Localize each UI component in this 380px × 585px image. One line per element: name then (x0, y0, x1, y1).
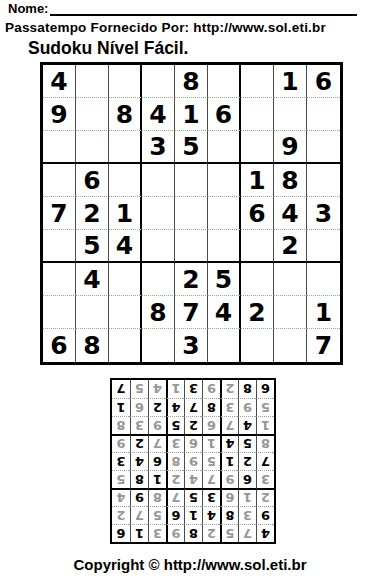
puzzle-cell-r5c2: 2 (76, 197, 109, 230)
solution-cell-r3c4: 3 (202, 488, 220, 506)
puzzle-cell-r1c1: 4 (43, 65, 76, 98)
puzzle-cell-r5c1: 7 (43, 197, 76, 230)
solution-cell-r9c5: 3 (184, 380, 202, 398)
solution-cell-r4c5: 4 (184, 470, 202, 488)
puzzle-cell-r1c8: 1 (274, 65, 307, 98)
solution-cell-r8c5: 7 (184, 398, 202, 416)
puzzle-cell-r8c9: 1 (307, 296, 340, 329)
solution-cell-r2c4: 4 (202, 506, 220, 524)
puzzle-cell-r8c5: 7 (175, 296, 208, 329)
puzzle-cell-r5c3: 1 (109, 197, 142, 230)
solution-cell-r9c9: 7 (112, 380, 130, 398)
sudoku-print-page: { "header": { "name_label": "Nome:", "pr… (0, 0, 380, 585)
puzzle-cell-r7c9 (307, 263, 340, 296)
solution-cell-r5c2: 2 (238, 452, 256, 470)
puzzle-cell-r6c7 (241, 230, 274, 263)
solution-cell-r9c1: 6 (256, 380, 274, 398)
solution-cell-r5c6: 8 (166, 452, 184, 470)
puzzle-cell-r4c6 (208, 164, 241, 197)
puzzle-cell-r8c2 (76, 296, 109, 329)
puzzle-cell-r3c4: 3 (142, 131, 175, 164)
puzzle-cell-r5c4 (142, 197, 175, 230)
puzzle-cell-r1c4 (142, 65, 175, 98)
sudoku-solution-grid-rotated: 4752893169384165722163578943697421857215… (110, 378, 276, 544)
solution-cell-r4c7: 1 (148, 470, 166, 488)
puzzle-cell-r2c3: 8 (109, 98, 142, 131)
solution-cell-r4c4: 7 (202, 470, 220, 488)
puzzle-cell-r5c5 (175, 197, 208, 230)
solution-cell-r7c5: 2 (184, 416, 202, 434)
puzzle-cell-r4c4 (142, 164, 175, 197)
puzzle-title: Sudoku Nível Fácil. (28, 38, 188, 59)
solution-cell-r9c4: 9 (202, 380, 220, 398)
puzzle-cell-r7c2: 4 (76, 263, 109, 296)
solution-cell-r6c5: 6 (184, 434, 202, 452)
puzzle-cell-r8c8 (274, 296, 307, 329)
solution-cell-r3c8: 9 (130, 488, 148, 506)
name-blank-line (50, 0, 357, 16)
solution-cell-r7c1: 1 (256, 416, 274, 434)
solution-cell-r1c8: 1 (130, 524, 148, 542)
puzzle-cell-r3c1 (43, 131, 76, 164)
puzzle-cell-r1c6 (208, 65, 241, 98)
solution-cell-r2c3: 8 (220, 506, 238, 524)
puzzle-cell-r4c8: 8 (274, 164, 307, 197)
puzzle-cell-r2c7 (241, 98, 274, 131)
puzzle-cell-r3c9 (307, 131, 340, 164)
puzzle-cell-r3c7 (241, 131, 274, 164)
puzzle-cell-r7c3 (109, 263, 142, 296)
puzzle-cell-r5c8: 4 (274, 197, 307, 230)
solution-cell-r7c8: 3 (130, 416, 148, 434)
solution-cell-r1c6: 9 (166, 524, 184, 542)
solution-cell-r9c7: 4 (148, 380, 166, 398)
solution-cell-r3c6: 7 (166, 488, 184, 506)
puzzle-cell-r4c3 (109, 164, 142, 197)
puzzle-cell-r3c6 (208, 131, 241, 164)
solution-cell-r8c6: 4 (166, 398, 184, 416)
puzzle-cell-r6c4 (142, 230, 175, 263)
solution-cell-r6c3: 4 (220, 434, 238, 452)
puzzle-cell-r8c6: 4 (208, 296, 241, 329)
puzzle-cell-r7c7 (241, 263, 274, 296)
puzzle-cell-r2c6: 6 (208, 98, 241, 131)
puzzle-cell-r6c2: 5 (76, 230, 109, 263)
puzzle-cell-r6c3: 4 (109, 230, 142, 263)
puzzle-cell-r9c9: 7 (307, 329, 340, 362)
puzzle-cell-r9c2: 8 (76, 329, 109, 362)
puzzle-cell-r8c4: 8 (142, 296, 175, 329)
puzzle-cell-r2c4: 4 (142, 98, 175, 131)
solution-cell-r4c1: 3 (256, 470, 274, 488)
puzzle-cell-r7c1 (43, 263, 76, 296)
puzzle-cell-r8c1 (43, 296, 76, 329)
puzzle-cell-r3c5: 5 (175, 131, 208, 164)
solution-cell-r3c9: 4 (112, 488, 130, 506)
puzzle-cell-r6c9 (307, 230, 340, 263)
solution-cell-r3c3: 6 (220, 488, 238, 506)
solution-cell-r2c9: 2 (112, 506, 130, 524)
solution-cell-r3c2: 1 (238, 488, 256, 506)
sudoku-puzzle-grid: 481698416359618721643542425874216837 (40, 62, 343, 365)
puzzle-cell-r7c5: 2 (175, 263, 208, 296)
solution-cell-r6c2: 5 (238, 434, 256, 452)
puzzle-cell-r5c7: 6 (241, 197, 274, 230)
puzzle-cell-r7c4 (142, 263, 175, 296)
solution-cell-r6c4: 1 (202, 434, 220, 452)
solution-cell-r1c9: 6 (112, 524, 130, 542)
solution-cell-r5c5: 9 (184, 452, 202, 470)
puzzle-cell-r2c1: 9 (43, 98, 76, 131)
solution-cell-r2c6: 6 (166, 506, 184, 524)
puzzle-cell-r2c8 (274, 98, 307, 131)
solution-cell-r2c1: 9 (256, 506, 274, 524)
puzzle-cell-r7c6: 5 (208, 263, 241, 296)
solution-cell-r1c4: 2 (202, 524, 220, 542)
puzzle-cell-r5c9: 3 (307, 197, 340, 230)
solution-cell-r7c6: 5 (166, 416, 184, 434)
solution-cell-r6c8: 2 (130, 434, 148, 452)
puzzle-cell-r6c5 (175, 230, 208, 263)
solution-cell-r5c3: 1 (220, 452, 238, 470)
solution-cell-r4c6: 2 (166, 470, 184, 488)
solution-cell-r4c2: 6 (238, 470, 256, 488)
solution-cell-r7c9: 8 (112, 416, 130, 434)
solution-cell-r1c7: 3 (148, 524, 166, 542)
copyright-text: Copyright © http://www.sol.eti.br (0, 556, 380, 573)
solution-cell-r7c2: 4 (238, 416, 256, 434)
solution-cell-r8c7: 2 (148, 398, 166, 416)
puzzle-cell-r9c5: 3 (175, 329, 208, 362)
solution-cell-r5c9: 3 (112, 452, 130, 470)
provided-by-text: Passatempo Fornecido Por: http://www.sol… (5, 20, 326, 35)
puzzle-cell-r1c2 (76, 65, 109, 98)
puzzle-cell-r5c6 (208, 197, 241, 230)
solution-cell-r2c7: 5 (148, 506, 166, 524)
solution-cell-r8c9: 1 (112, 398, 130, 416)
solution-cell-r9c6: 1 (166, 380, 184, 398)
puzzle-cell-r9c4 (142, 329, 175, 362)
solution-cell-r1c2: 7 (238, 524, 256, 542)
puzzle-cell-r3c3 (109, 131, 142, 164)
solution-cell-r8c3: 3 (220, 398, 238, 416)
puzzle-cell-r4c9 (307, 164, 340, 197)
puzzle-cell-r9c1: 6 (43, 329, 76, 362)
puzzle-cell-r1c9: 6 (307, 65, 340, 98)
solution-cell-r9c2: 8 (238, 380, 256, 398)
solution-cell-r8c4: 8 (202, 398, 220, 416)
solution-cell-r3c7: 8 (148, 488, 166, 506)
puzzle-cell-r6c8: 2 (274, 230, 307, 263)
puzzle-cell-r9c8 (274, 329, 307, 362)
solution-cell-r3c5: 5 (184, 488, 202, 506)
solution-cell-r1c1: 4 (256, 524, 274, 542)
puzzle-cell-r9c6 (208, 329, 241, 362)
solution-cell-r1c3: 5 (220, 524, 238, 542)
puzzle-cell-r4c2: 6 (76, 164, 109, 197)
solution-cell-r9c8: 5 (130, 380, 148, 398)
solution-cell-r7c3: 7 (220, 416, 238, 434)
name-label: Nome: (8, 1, 48, 16)
puzzle-cell-r2c9 (307, 98, 340, 131)
puzzle-cell-r1c7 (241, 65, 274, 98)
puzzle-cell-r8c7: 2 (241, 296, 274, 329)
solution-cell-r4c3: 9 (220, 470, 238, 488)
solution-cell-r7c4: 6 (202, 416, 220, 434)
puzzle-cell-r2c2 (76, 98, 109, 131)
solution-cell-r8c8: 6 (130, 398, 148, 416)
solution-cell-r8c1: 5 (256, 398, 274, 416)
solution-cell-r5c8: 4 (130, 452, 148, 470)
solution-cell-r6c6: 3 (166, 434, 184, 452)
puzzle-cell-r9c7 (241, 329, 274, 362)
puzzle-cell-r1c5: 8 (175, 65, 208, 98)
puzzle-cell-r4c7: 1 (241, 164, 274, 197)
solution-cell-r8c2: 9 (238, 398, 256, 416)
solution-cell-r2c5: 1 (184, 506, 202, 524)
puzzle-cell-r4c5 (175, 164, 208, 197)
solution-cell-r1c5: 8 (184, 524, 202, 542)
solution-cell-r2c2: 3 (238, 506, 256, 524)
solution-cell-r4c9: 5 (112, 470, 130, 488)
solution-cell-r2c8: 7 (130, 506, 148, 524)
puzzle-cell-r1c3 (109, 65, 142, 98)
solution-cell-r4c8: 8 (130, 470, 148, 488)
puzzle-cell-r3c2 (76, 131, 109, 164)
puzzle-cell-r8c3 (109, 296, 142, 329)
solution-cell-r5c7: 6 (148, 452, 166, 470)
solution-cell-r6c9: 9 (112, 434, 130, 452)
solution-cell-r6c7: 7 (148, 434, 166, 452)
puzzle-cell-r3c8: 9 (274, 131, 307, 164)
solution-cell-r5c4: 5 (202, 452, 220, 470)
solution-cell-r3c1: 2 (256, 488, 274, 506)
solution-cell-r9c3: 2 (220, 380, 238, 398)
solution-cell-r5c1: 7 (256, 452, 274, 470)
puzzle-cell-r9c3 (109, 329, 142, 362)
puzzle-cell-r4c1 (43, 164, 76, 197)
puzzle-cell-r6c6 (208, 230, 241, 263)
solution-cell-r7c7: 9 (148, 416, 166, 434)
solution-cell-r6c1: 8 (256, 434, 274, 452)
puzzle-cell-r7c8 (274, 263, 307, 296)
puzzle-cell-r6c1 (43, 230, 76, 263)
puzzle-cell-r2c5: 1 (175, 98, 208, 131)
